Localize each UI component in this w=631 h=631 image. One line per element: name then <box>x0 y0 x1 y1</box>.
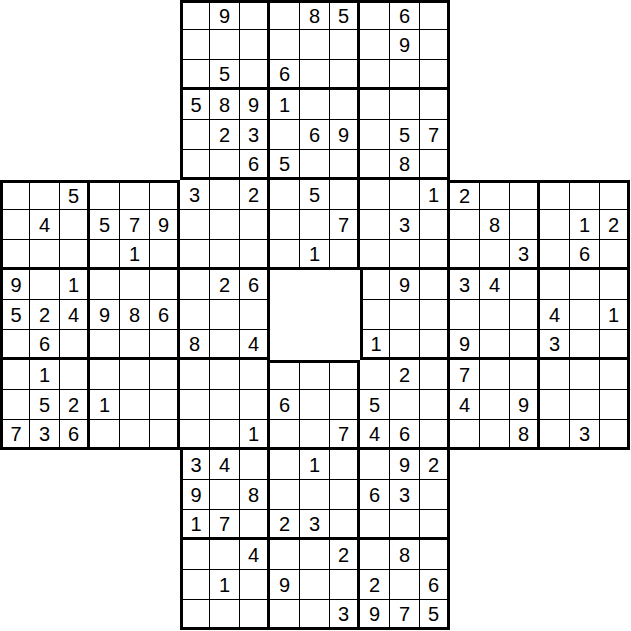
void-r17-c3 <box>90 510 120 540</box>
cell-r6-c10[interactable]: 5 <box>300 180 330 210</box>
cell-r11-c16[interactable] <box>480 330 510 360</box>
cell-r4-c11[interactable]: 9 <box>330 120 360 150</box>
cell-r8-c6[interactable] <box>180 240 210 270</box>
cell-r6-c5[interactable] <box>150 180 180 210</box>
cell-r7-c8[interactable] <box>240 210 270 240</box>
cell-r17-c8[interactable] <box>240 510 270 540</box>
cell-r12-c6[interactable] <box>180 360 210 390</box>
cell-r10-c19[interactable] <box>570 300 600 330</box>
cell-r12-c20[interactable] <box>600 360 630 390</box>
cell-r12-c0[interactable] <box>0 360 30 390</box>
cell-r11-c7[interactable] <box>210 330 240 360</box>
cell-r8-c2[interactable] <box>60 240 90 270</box>
cell-r14-c15[interactable] <box>450 420 480 450</box>
cell-r7-c9[interactable] <box>270 210 300 240</box>
cell-r14-c2[interactable]: 6 <box>60 420 90 450</box>
cell-r19-c8[interactable] <box>240 570 270 600</box>
cell-r2-c10[interactable] <box>300 60 330 90</box>
cell-r10-c5[interactable]: 6 <box>150 300 180 330</box>
cell-r12-c16[interactable] <box>480 360 510 390</box>
cell-r14-c5[interactable] <box>150 420 180 450</box>
cell-r20-c8[interactable] <box>240 600 270 630</box>
cell-r20-c9[interactable] <box>270 600 300 630</box>
cell-r7-c17[interactable] <box>510 210 540 240</box>
cell-r0-c14[interactable] <box>420 0 450 30</box>
cell-r8-c18[interactable] <box>540 240 570 270</box>
cell-r15-c14[interactable]: 2 <box>420 450 450 480</box>
cell-r11-c4[interactable] <box>120 330 150 360</box>
cell-r17-c11[interactable] <box>330 510 360 540</box>
cell-r8-c16[interactable] <box>480 240 510 270</box>
cell-r6-c12[interactable] <box>360 180 390 210</box>
cell-r8-c15[interactable] <box>450 240 480 270</box>
cell-r10-c13[interactable] <box>390 300 420 330</box>
cell-r7-c11[interactable]: 7 <box>330 210 360 240</box>
cell-r20-c11[interactable]: 3 <box>330 600 360 630</box>
cell-r10-c14[interactable] <box>420 300 450 330</box>
cell-r12-c9[interactable] <box>270 360 300 390</box>
cell-r5-c14[interactable] <box>420 150 450 180</box>
cell-r19-c7[interactable]: 1 <box>210 570 240 600</box>
cell-r7-c2[interactable] <box>60 210 90 240</box>
cell-r14-c0[interactable]: 7 <box>0 420 30 450</box>
cell-r16-c9[interactable] <box>270 480 300 510</box>
cell-r20-c7[interactable] <box>210 600 240 630</box>
cell-r9-c1[interactable] <box>30 270 60 300</box>
cell-r11-c3[interactable] <box>90 330 120 360</box>
cell-r7-c20[interactable]: 2 <box>600 210 630 240</box>
cell-r16-c6[interactable]: 9 <box>180 480 210 510</box>
cell-r13-c1[interactable]: 5 <box>30 390 60 420</box>
cell-r12-c5[interactable] <box>150 360 180 390</box>
cell-r13-c11[interactable] <box>330 390 360 420</box>
cell-r1-c10[interactable] <box>300 30 330 60</box>
cell-r1-c14[interactable] <box>420 30 450 60</box>
cell-r14-c8[interactable]: 1 <box>240 420 270 450</box>
void-r15-c4 <box>120 450 150 480</box>
cell-r18-c14[interactable] <box>420 540 450 570</box>
cell-r5-c6[interactable] <box>180 150 210 180</box>
cell-r10-c15[interactable] <box>450 300 480 330</box>
cell-r9-c12[interactable] <box>360 270 390 300</box>
cell-r7-c5[interactable]: 9 <box>150 210 180 240</box>
cell-r6-c1[interactable] <box>30 180 60 210</box>
cell-r10-c17[interactable] <box>510 300 540 330</box>
cell-r2-c8[interactable] <box>240 60 270 90</box>
cell-r18-c8[interactable]: 4 <box>240 540 270 570</box>
cell-r9-c16[interactable]: 4 <box>480 270 510 300</box>
cell-r13-c16[interactable] <box>480 390 510 420</box>
cell-r4-c12[interactable] <box>360 120 390 150</box>
cell-r13-c5[interactable] <box>150 390 180 420</box>
cell-r6-c4[interactable] <box>120 180 150 210</box>
cell-r6-c8[interactable]: 2 <box>240 180 270 210</box>
cell-r5-c13[interactable]: 8 <box>390 150 420 180</box>
cell-r0-c8[interactable] <box>240 0 270 30</box>
cell-r14-c7[interactable] <box>210 420 240 450</box>
cell-r13-c0[interactable] <box>0 390 30 420</box>
cell-r13-c13[interactable] <box>390 390 420 420</box>
cell-r11-c18[interactable]: 3 <box>540 330 570 360</box>
cell-r5-c8[interactable]: 6 <box>240 150 270 180</box>
cell-r10-c12[interactable] <box>360 300 390 330</box>
cell-r12-c13[interactable]: 2 <box>390 360 420 390</box>
cell-r8-c19[interactable]: 6 <box>570 240 600 270</box>
cell-r7-c15[interactable] <box>450 210 480 240</box>
cell-r13-c9[interactable]: 6 <box>270 390 300 420</box>
cell-r11-c19[interactable] <box>570 330 600 360</box>
cell-r10-c16[interactable] <box>480 300 510 330</box>
cell-r15-c6[interactable]: 3 <box>180 450 210 480</box>
void-r1-c5 <box>150 30 180 60</box>
cell-r11-c5[interactable] <box>150 330 180 360</box>
cell-r9-c0[interactable]: 9 <box>0 270 30 300</box>
cell-r13-c18[interactable] <box>540 390 570 420</box>
cell-r12-c14[interactable] <box>420 360 450 390</box>
cell-r1-c9[interactable] <box>270 30 300 60</box>
cell-r6-c7[interactable] <box>210 180 240 210</box>
cell-r5-c11[interactable] <box>330 150 360 180</box>
cell-r17-c6[interactable]: 1 <box>180 510 210 540</box>
cell-r14-c12[interactable]: 4 <box>360 420 390 450</box>
cell-r19-c14[interactable]: 6 <box>420 570 450 600</box>
cell-r15-c13[interactable]: 9 <box>390 450 420 480</box>
cell-r12-c18[interactable] <box>540 360 570 390</box>
cell-r18-c10[interactable] <box>300 540 330 570</box>
cell-r9-c4[interactable] <box>120 270 150 300</box>
cell-r14-c4[interactable] <box>120 420 150 450</box>
cell-r9-c6[interactable] <box>180 270 210 300</box>
cell-r8-c3[interactable] <box>90 240 120 270</box>
cell-r12-c3[interactable] <box>90 360 120 390</box>
cell-r12-c19[interactable] <box>570 360 600 390</box>
cell-r14-c10[interactable] <box>300 420 330 450</box>
cell-r17-c10[interactable]: 3 <box>300 510 330 540</box>
cell-r13-c20[interactable] <box>600 390 630 420</box>
cell-r19-c9[interactable]: 9 <box>270 570 300 600</box>
cell-r4-c14[interactable]: 7 <box>420 120 450 150</box>
cell-r10-c3[interactable]: 9 <box>90 300 120 330</box>
cell-r13-c6[interactable] <box>180 390 210 420</box>
cell-r15-c10[interactable]: 1 <box>300 450 330 480</box>
cell-r14-c3[interactable] <box>90 420 120 450</box>
cell-r3-c10[interactable] <box>300 90 330 120</box>
cell-r0-c9[interactable] <box>270 0 300 30</box>
cell-r3-c6[interactable]: 5 <box>180 90 210 120</box>
cell-r20-c13[interactable]: 7 <box>390 600 420 630</box>
cell-r6-c0[interactable] <box>0 180 30 210</box>
void-r1-c3 <box>90 30 120 60</box>
cell-r6-c14[interactable]: 1 <box>420 180 450 210</box>
cell-r7-c14[interactable] <box>420 210 450 240</box>
cell-r17-c7[interactable]: 7 <box>210 510 240 540</box>
cell-r11-c17[interactable] <box>510 330 540 360</box>
cell-r13-c4[interactable] <box>120 390 150 420</box>
cell-r9-c14[interactable] <box>420 270 450 300</box>
cell-r7-c12[interactable] <box>360 210 390 240</box>
cell-r16-c11[interactable] <box>330 480 360 510</box>
cell-r11-c20[interactable] <box>600 330 630 360</box>
cell-r3-c7[interactable]: 8 <box>210 90 240 120</box>
cell-r3-c11[interactable] <box>330 90 360 120</box>
cell-r3-c8[interactable]: 9 <box>240 90 270 120</box>
cell-r1-c12[interactable] <box>360 30 390 60</box>
cell-r12-c15[interactable]: 7 <box>450 360 480 390</box>
cell-r18-c13[interactable]: 8 <box>390 540 420 570</box>
cell-r15-c11[interactable] <box>330 450 360 480</box>
cell-r2-c7[interactable]: 5 <box>210 60 240 90</box>
cell-r16-c8[interactable]: 8 <box>240 480 270 510</box>
cell-r1-c13[interactable]: 9 <box>390 30 420 60</box>
cell-r14-c9[interactable] <box>270 420 300 450</box>
cell-r12-c11[interactable] <box>330 360 360 390</box>
cell-r12-c8[interactable] <box>240 360 270 390</box>
cell-r12-c1[interactable]: 1 <box>30 360 60 390</box>
cell-r16-c14[interactable] <box>420 480 450 510</box>
cell-r7-c0[interactable] <box>0 210 30 240</box>
cell-r15-c12[interactable] <box>360 450 390 480</box>
cell-r13-c10[interactable] <box>300 390 330 420</box>
cell-r14-c1[interactable]: 3 <box>30 420 60 450</box>
cell-r10-c20[interactable]: 1 <box>600 300 630 330</box>
cell-r20-c12[interactable]: 9 <box>360 600 390 630</box>
cell-r18-c7[interactable] <box>210 540 240 570</box>
cell-r1-c6[interactable] <box>180 30 210 60</box>
cell-r11-c15[interactable]: 9 <box>450 330 480 360</box>
cell-r6-c19[interactable] <box>570 180 600 210</box>
cell-r10-c2[interactable]: 4 <box>60 300 90 330</box>
cell-r13-c12[interactable]: 5 <box>360 390 390 420</box>
cell-r0-c13[interactable]: 6 <box>390 0 420 30</box>
cell-r9-c18[interactable] <box>540 270 570 300</box>
cell-r2-c14[interactable] <box>420 60 450 90</box>
cell-r6-c11[interactable] <box>330 180 360 210</box>
cell-r12-c4[interactable] <box>120 360 150 390</box>
cell-r11-c0[interactable] <box>0 330 30 360</box>
cell-r12-c7[interactable] <box>210 360 240 390</box>
cell-r4-c10[interactable]: 6 <box>300 120 330 150</box>
cell-r8-c1[interactable] <box>30 240 60 270</box>
cell-r0-c10[interactable]: 8 <box>300 0 330 30</box>
cell-r14-c13[interactable]: 6 <box>390 420 420 450</box>
cell-r14-c16[interactable] <box>480 420 510 450</box>
cell-r18-c12[interactable] <box>360 540 390 570</box>
cell-r9-c17[interactable] <box>510 270 540 300</box>
cell-r13-c7[interactable] <box>210 390 240 420</box>
cell-r6-c15[interactable]: 2 <box>450 180 480 210</box>
cell-r14-c17[interactable]: 8 <box>510 420 540 450</box>
cell-r6-c20[interactable] <box>600 180 630 210</box>
cell-r0-c12[interactable] <box>360 0 390 30</box>
cell-r10-c4[interactable]: 8 <box>120 300 150 330</box>
cell-r2-c12[interactable] <box>360 60 390 90</box>
cell-r14-c20[interactable] <box>600 420 630 450</box>
cell-r9-c3[interactable] <box>90 270 120 300</box>
cell-r16-c7[interactable] <box>210 480 240 510</box>
cell-r6-c18[interactable] <box>540 180 570 210</box>
cell-r14-c18[interactable] <box>540 420 570 450</box>
cell-r2-c11[interactable] <box>330 60 360 90</box>
cell-r8-c20[interactable] <box>600 240 630 270</box>
cell-r8-c13[interactable] <box>390 240 420 270</box>
cell-r7-c7[interactable] <box>210 210 240 240</box>
cell-r19-c6[interactable] <box>180 570 210 600</box>
cell-r11-c6[interactable]: 8 <box>180 330 210 360</box>
cell-r1-c7[interactable] <box>210 30 240 60</box>
void-r18-c5 <box>150 540 180 570</box>
cell-r17-c14[interactable] <box>420 510 450 540</box>
void-r11-c11 <box>330 330 360 360</box>
cell-r18-c6[interactable] <box>180 540 210 570</box>
cell-r3-c13[interactable] <box>390 90 420 120</box>
cell-r13-c2[interactable]: 2 <box>60 390 90 420</box>
cell-r0-c6[interactable] <box>180 0 210 30</box>
cell-r10-c6[interactable] <box>180 300 210 330</box>
cell-r14-c19[interactable]: 3 <box>570 420 600 450</box>
cell-r5-c12[interactable] <box>360 150 390 180</box>
cell-r8-c10[interactable]: 1 <box>300 240 330 270</box>
cell-r19-c12[interactable]: 2 <box>360 570 390 600</box>
cell-r12-c12[interactable] <box>360 360 390 390</box>
void-r18-c3 <box>90 540 120 570</box>
cell-r7-c10[interactable] <box>300 210 330 240</box>
cell-r4-c13[interactable]: 5 <box>390 120 420 150</box>
cell-r4-c6[interactable] <box>180 120 210 150</box>
cell-r14-c11[interactable]: 7 <box>330 420 360 450</box>
cell-r8-c17[interactable]: 3 <box>510 240 540 270</box>
cell-r7-c16[interactable]: 8 <box>480 210 510 240</box>
cell-r9-c7[interactable]: 2 <box>210 270 240 300</box>
cell-r1-c11[interactable] <box>330 30 360 60</box>
cell-r14-c14[interactable] <box>420 420 450 450</box>
cell-r5-c7[interactable] <box>210 150 240 180</box>
cell-r16-c13[interactable]: 3 <box>390 480 420 510</box>
void-r1-c19 <box>570 30 600 60</box>
cell-r6-c16[interactable] <box>480 180 510 210</box>
cell-r4-c8[interactable]: 3 <box>240 120 270 150</box>
cell-r8-c12[interactable] <box>360 240 390 270</box>
cell-r12-c17[interactable] <box>510 360 540 390</box>
cell-r19-c10[interactable] <box>300 570 330 600</box>
cell-r16-c10[interactable] <box>300 480 330 510</box>
cell-r7-c3[interactable]: 5 <box>90 210 120 240</box>
cell-r9-c2[interactable]: 1 <box>60 270 90 300</box>
cell-r13-c17[interactable]: 9 <box>510 390 540 420</box>
cell-r14-c6[interactable] <box>180 420 210 450</box>
cell-r6-c13[interactable] <box>390 180 420 210</box>
cell-r8-c5[interactable] <box>150 240 180 270</box>
cell-r8-c9[interactable] <box>270 240 300 270</box>
cell-r4-c7[interactable]: 2 <box>210 120 240 150</box>
cell-r9-c19[interactable] <box>570 270 600 300</box>
cell-r6-c2[interactable]: 5 <box>60 180 90 210</box>
cell-r20-c6[interactable] <box>180 600 210 630</box>
cell-r7-c1[interactable]: 4 <box>30 210 60 240</box>
cell-r19-c13[interactable] <box>390 570 420 600</box>
cell-r6-c6[interactable]: 3 <box>180 180 210 210</box>
void-r4-c17 <box>510 120 540 150</box>
cell-r0-c11[interactable]: 5 <box>330 0 360 30</box>
cell-r8-c4[interactable]: 1 <box>120 240 150 270</box>
cell-r10-c8[interactable] <box>240 300 270 330</box>
cell-r6-c3[interactable] <box>90 180 120 210</box>
cell-r11-c12[interactable]: 1 <box>360 330 390 360</box>
cell-r11-c13[interactable] <box>390 330 420 360</box>
cell-r7-c19[interactable]: 1 <box>570 210 600 240</box>
cell-r20-c10[interactable] <box>300 600 330 630</box>
cell-r17-c9[interactable]: 2 <box>270 510 300 540</box>
cell-r11-c14[interactable] <box>420 330 450 360</box>
void-r3-c20 <box>600 90 630 120</box>
cell-r5-c9[interactable]: 5 <box>270 150 300 180</box>
cell-r11-c2[interactable] <box>60 330 90 360</box>
cell-r20-c14[interactable]: 5 <box>420 600 450 630</box>
cell-r13-c8[interactable] <box>240 390 270 420</box>
cell-r7-c6[interactable] <box>180 210 210 240</box>
cell-r1-c8[interactable] <box>240 30 270 60</box>
cell-r3-c9[interactable]: 1 <box>270 90 300 120</box>
cell-r12-c2[interactable] <box>60 360 90 390</box>
cell-r15-c9[interactable] <box>270 450 300 480</box>
cell-r17-c13[interactable] <box>390 510 420 540</box>
cell-r8-c11[interactable] <box>330 240 360 270</box>
cell-r15-c7[interactable]: 4 <box>210 450 240 480</box>
cell-r11-c1[interactable]: 6 <box>30 330 60 360</box>
cell-r7-c18[interactable] <box>540 210 570 240</box>
cell-r10-c18[interactable]: 4 <box>540 300 570 330</box>
cell-r8-c0[interactable] <box>0 240 30 270</box>
cell-r8-c14[interactable] <box>420 240 450 270</box>
cell-r3-c14[interactable] <box>420 90 450 120</box>
cell-r4-c9[interactable] <box>270 120 300 150</box>
cell-r8-c8[interactable] <box>240 240 270 270</box>
cell-r9-c20[interactable] <box>600 270 630 300</box>
cell-r12-c10[interactable] <box>300 360 330 390</box>
cell-r18-c11[interactable]: 2 <box>330 540 360 570</box>
cell-r13-c3[interactable]: 1 <box>90 390 120 420</box>
cell-r9-c15[interactable]: 3 <box>450 270 480 300</box>
void-r4-c19 <box>570 120 600 150</box>
cell-r15-c8[interactable] <box>240 450 270 480</box>
cell-r3-c12[interactable] <box>360 90 390 120</box>
cell-r5-c10[interactable] <box>300 150 330 180</box>
cell-r10-c7[interactable] <box>210 300 240 330</box>
cell-r13-c14[interactable] <box>420 390 450 420</box>
cell-r9-c8[interactable]: 6 <box>240 270 270 300</box>
cell-r19-c11[interactable] <box>330 570 360 600</box>
cell-r2-c6[interactable] <box>180 60 210 90</box>
cell-r13-c15[interactable]: 4 <box>450 390 480 420</box>
cell-r9-c5[interactable] <box>150 270 180 300</box>
cell-r10-c0[interactable]: 5 <box>0 300 30 330</box>
cell-r9-c13[interactable]: 9 <box>390 270 420 300</box>
cell-r6-c9[interactable] <box>270 180 300 210</box>
cell-r7-c13[interactable]: 3 <box>390 210 420 240</box>
cell-r18-c9[interactable] <box>270 540 300 570</box>
cell-r6-c17[interactable] <box>510 180 540 210</box>
cell-r7-c4[interactable]: 7 <box>120 210 150 240</box>
cell-r17-c12[interactable] <box>360 510 390 540</box>
cell-r16-c12[interactable]: 6 <box>360 480 390 510</box>
cell-r2-c13[interactable] <box>390 60 420 90</box>
cell-r13-c19[interactable] <box>570 390 600 420</box>
cell-r8-c7[interactable] <box>210 240 240 270</box>
cell-r10-c1[interactable]: 2 <box>30 300 60 330</box>
cell-r2-c9[interactable]: 6 <box>270 60 300 90</box>
void-r0-c5 <box>150 0 180 30</box>
cell-r0-c7[interactable]: 9 <box>210 0 240 30</box>
cell-r11-c8[interactable]: 4 <box>240 330 270 360</box>
